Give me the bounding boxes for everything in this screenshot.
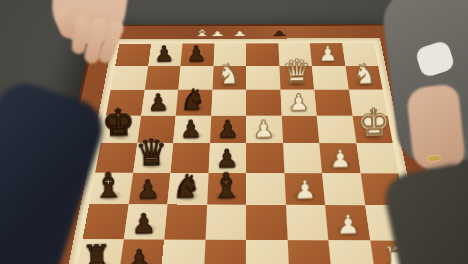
white-pawn-c3[interactable]: ♟	[293, 177, 317, 204]
black-knight-f6[interactable]: ♞	[180, 85, 207, 114]
black-pawn-f7[interactable]: ♟	[147, 91, 168, 115]
square-d1[interactable]	[356, 143, 398, 173]
square-g4[interactable]	[246, 66, 280, 90]
square-h8[interactable]	[115, 44, 151, 66]
square-a2[interactable]	[328, 240, 375, 264]
captured-white-pawn-glyph: ♟	[232, 30, 248, 38]
square-f2[interactable]	[314, 90, 352, 116]
black-knight-c6[interactable]: ♞	[172, 170, 202, 203]
white-pawn-e4[interactable]: ♟	[253, 117, 275, 142]
square-f5[interactable]	[211, 90, 246, 116]
square-b5[interactable]	[205, 205, 246, 240]
white-pawn-f3[interactable]: ♟	[288, 91, 309, 115]
square-a4[interactable]	[246, 239, 289, 264]
square-h6[interactable]: ♟	[180, 43, 214, 65]
black-bishop-c8[interactable]: ♝	[93, 168, 125, 203]
square-g3[interactable]: ♛	[279, 66, 314, 90]
square-e6[interactable]: ♟	[173, 115, 211, 143]
black-pawn-e6[interactable]: ♟	[180, 117, 202, 141]
square-h2[interactable]: ♟	[310, 43, 345, 66]
square-h7[interactable]: ♟	[148, 43, 183, 65]
square-d2[interactable]: ♟	[319, 143, 360, 173]
white-pawn-b2[interactable]: ♟	[336, 211, 361, 239]
square-b6[interactable]	[164, 204, 207, 239]
square-e5[interactable]: ♟	[210, 115, 246, 143]
captured-pieces-row: ♝♟♟♟	[97, 26, 396, 27]
black-pawn-c7[interactable]: ♟	[136, 177, 160, 203]
black-pawn-e5[interactable]: ♟	[216, 117, 238, 141]
square-g1[interactable]: ♞	[345, 66, 383, 90]
square-b7[interactable]: ♟	[123, 204, 167, 239]
square-f4[interactable]	[246, 90, 281, 116]
square-a8[interactable]: ♜	[76, 239, 124, 264]
square-c7[interactable]: ♟	[128, 172, 170, 204]
square-a6[interactable]	[161, 239, 205, 264]
square-e3[interactable]	[281, 115, 319, 143]
board-grid: ♟♟♟♞♛♞♟♞♟♚♟♟♟♚♛♟♟♝♟♞♝♟♟♟♜♟♜	[76, 43, 419, 264]
square-c2[interactable]	[322, 173, 365, 205]
square-g7[interactable]	[144, 66, 180, 90]
square-b8[interactable]	[83, 204, 129, 239]
square-b2[interactable]: ♟	[325, 205, 370, 240]
captured-white-pawn-glyph: ♟	[209, 30, 225, 38]
captured-black-pawn-glyph: ♟	[271, 30, 288, 38]
square-g8[interactable]	[111, 66, 148, 90]
square-e2[interactable]	[317, 115, 356, 143]
square-h4[interactable]	[246, 43, 279, 66]
square-f3[interactable]: ♟	[280, 90, 317, 116]
board-maple-border: ♟♟♟♞♛♞♟♞♟♚♟♟♟♚♛♟♟♝♟♞♝♟♟♟♜♟♜	[65, 38, 430, 264]
black-king-e8[interactable]: ♚	[102, 104, 136, 142]
square-a7[interactable]: ♟	[118, 239, 164, 264]
white-knight-g1[interactable]: ♞	[352, 60, 378, 89]
black-queen-d7[interactable]: ♛	[135, 134, 168, 171]
square-c3[interactable]: ♟	[284, 173, 325, 205]
white-knight-g5[interactable]: ♞	[216, 60, 242, 89]
square-a5[interactable]	[203, 239, 246, 264]
square-b3[interactable]	[285, 205, 328, 240]
square-d3[interactable]	[283, 143, 322, 173]
square-e1[interactable]: ♚	[352, 115, 393, 143]
photo-background: ♟♟♟♞♛♞♟♞♟♚♟♟♟♚♛♟♟♝♟♞♝♟♟♟♜♟♜ ♝♟♟♟ Overhea…	[0, 0, 468, 264]
white-pawn-h2[interactable]: ♟	[318, 42, 338, 64]
captured-black-pawn: ♟	[268, 26, 291, 38]
black-pawn-a7[interactable]: ♟	[126, 246, 152, 264]
square-d4[interactable]	[246, 143, 284, 173]
square-g5[interactable]: ♞	[212, 66, 246, 90]
square-d7[interactable]: ♛	[133, 143, 173, 173]
black-bishop-c5[interactable]: ♝	[210, 168, 242, 203]
chess-board-anchor: ♟♟♟♞♛♞♟♞♟♚♟♟♟♚♛♟♟♝♟♞♝♟♟♟♜♟♜ ♝♟♟♟	[65, 0, 426, 264]
white-queen-g3[interactable]: ♛	[282, 55, 312, 88]
black-pawn-h7[interactable]: ♟	[154, 43, 174, 65]
square-c5[interactable]: ♝	[207, 173, 246, 205]
square-g2[interactable]	[312, 66, 348, 90]
square-c4[interactable]	[246, 173, 285, 205]
square-b4[interactable]	[246, 205, 287, 240]
white-king-e1[interactable]: ♚	[357, 104, 391, 142]
square-f7[interactable]: ♟	[141, 90, 178, 116]
white-pawn-d2[interactable]: ♟	[329, 146, 352, 172]
black-pawn-h6[interactable]: ♟	[187, 43, 207, 65]
square-a3[interactable]	[287, 240, 332, 264]
square-f6[interactable]: ♞	[176, 90, 212, 116]
square-e4[interactable]: ♟	[246, 115, 283, 143]
black-pawn-b7[interactable]: ♟	[131, 210, 156, 237]
captured-white-pawn: ♟	[229, 26, 251, 38]
square-c8[interactable]: ♝	[89, 172, 133, 204]
square-c6[interactable]: ♞	[167, 173, 208, 205]
black-rook-a8[interactable]: ♜	[82, 241, 112, 264]
